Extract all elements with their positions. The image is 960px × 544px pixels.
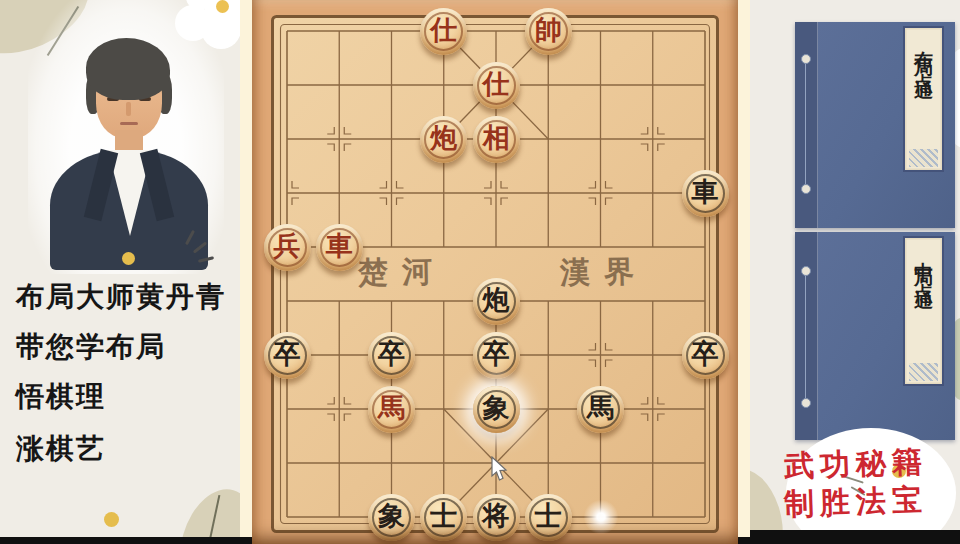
dot-decoration (122, 252, 135, 265)
piece-red-advisor[interactable]: 仕 (420, 8, 467, 55)
piece-black-elephant[interactable]: 象 (473, 386, 520, 433)
piece-glyph: 象 (378, 493, 405, 540)
slogan-line-2: 制胜法宝 (757, 479, 954, 527)
presenter-photo (36, 4, 216, 266)
presenter-mouth (120, 122, 138, 125)
piece-red-chariot[interactable]: 車 (316, 224, 363, 271)
piece-glyph: 兵 (274, 223, 301, 270)
book-stitch-line (805, 272, 806, 406)
piece-black-chariot[interactable]: 車 (682, 170, 729, 217)
video-frame: 布局大师黄丹青 带您学布局 悟棋理 涨棋艺 楚河 漢界 仕帥仕炮相兵車馬車炮卒卒… (0, 0, 960, 544)
piece-glyph: 馬 (587, 385, 614, 432)
piece-black-pawn[interactable]: 卒 (264, 332, 311, 379)
caption-line-3: 悟棋理 (16, 378, 240, 416)
piece-glyph: 将 (483, 493, 510, 540)
piece-black-advisor[interactable]: 士 (525, 494, 572, 541)
piece-black-elephant[interactable]: 象 (368, 494, 415, 541)
piece-black-pawn[interactable]: 卒 (682, 332, 729, 379)
piece-black-advisor[interactable]: 士 (420, 494, 467, 541)
piece-glyph: 仕 (483, 61, 510, 108)
piece-glyph: 馬 (378, 385, 405, 432)
piece-red-advisor[interactable]: 仕 (473, 62, 520, 109)
book-stitch-hole (801, 266, 811, 276)
left-panel: 布局大师黄丹青 带您学布局 悟棋理 涨棋艺 (0, 0, 240, 537)
divider-strip-left (240, 0, 252, 537)
piece-glyph: 帥 (535, 7, 562, 54)
piece-red-pawn[interactable]: 兵 (264, 224, 311, 271)
piece-black-king[interactable]: 将 (473, 494, 520, 541)
piece-red-elephant[interactable]: 相 (473, 116, 520, 163)
piece-glyph: 卒 (483, 331, 510, 378)
right-panel: 布局一点通 中局一点通 武功秘籍 制胜法宝 (750, 0, 960, 530)
piece-glyph: 炮 (430, 115, 457, 162)
book-stitch-hole (801, 54, 811, 64)
divider-strip-right (738, 0, 750, 537)
piece-glyph: 車 (326, 223, 353, 270)
book-title-label: 布局一点通 (903, 26, 944, 172)
book-stitch-hole (801, 184, 811, 194)
presenter-hair (86, 38, 170, 100)
piece-glyph: 卒 (378, 331, 405, 378)
book-stitch-hole (801, 398, 811, 408)
label-ornament (909, 149, 938, 167)
piece-glyph: 車 (692, 169, 719, 216)
piece-red-cannon[interactable]: 炮 (420, 116, 467, 163)
caption-line-4: 涨棋艺 (16, 430, 240, 468)
piece-red-horse[interactable]: 馬 (368, 386, 415, 433)
piece-black-horse[interactable]: 馬 (577, 386, 624, 433)
caption-line-1: 布局大师黄丹青 (16, 278, 240, 316)
river-label-hanjie: 漢界 (537, 251, 658, 294)
piece-glyph: 卒 (692, 331, 719, 378)
book-binding (795, 232, 818, 440)
piece-glyph: 士 (535, 493, 562, 540)
piece-glyph: 仕 (430, 7, 457, 54)
piece-glyph: 象 (483, 385, 510, 432)
piece-black-pawn[interactable]: 卒 (368, 332, 415, 379)
label-ornament (909, 363, 938, 381)
xiangqi-board[interactable]: 楚河 漢界 仕帥仕炮相兵車馬車炮卒卒卒卒象馬象士将士 (252, 0, 738, 544)
click-glow-effect (583, 499, 619, 535)
piece-glyph: 相 (483, 115, 510, 162)
book-title: 中局一点通 (911, 246, 937, 281)
piece-black-cannon[interactable]: 炮 (473, 278, 520, 325)
book-stitch-line (805, 60, 806, 192)
caption-line-2: 带您学布局 (16, 328, 240, 366)
piece-glyph: 士 (430, 493, 457, 540)
piece-glyph: 炮 (483, 277, 510, 324)
book-cover-top: 布局一点通 (795, 22, 955, 228)
leaf-decoration-bottom (168, 480, 240, 537)
book-title: 布局一点通 (911, 36, 937, 71)
book-binding (795, 22, 818, 228)
piece-glyph: 卒 (274, 331, 301, 378)
piece-black-pawn[interactable]: 卒 (473, 332, 520, 379)
presenter-nose (126, 102, 131, 116)
piece-red-king[interactable]: 帥 (525, 8, 572, 55)
dot-decoration (104, 512, 119, 527)
book-title-label: 中局一点通 (903, 236, 944, 386)
mouse-cursor-icon (491, 456, 509, 482)
book-cover-bottom: 中局一点通 (795, 232, 955, 440)
